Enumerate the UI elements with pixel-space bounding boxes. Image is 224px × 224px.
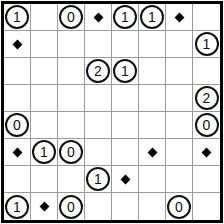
cell-r3c3[interactable]	[85, 85, 112, 112]
diamond-mark	[120, 174, 130, 184]
clue-circle: 0	[5, 113, 29, 137]
cell-r3c2[interactable]	[58, 85, 85, 112]
cell-r4c1[interactable]	[31, 112, 58, 139]
diamond-mark	[174, 12, 184, 22]
cell-r4c5[interactable]	[139, 112, 166, 139]
cell-r5c6[interactable]	[166, 139, 193, 166]
cell-r2c5[interactable]	[139, 58, 166, 85]
cell-r0c5[interactable]: 1	[139, 4, 166, 31]
clue-circle: 0	[59, 140, 83, 164]
cell-r6c7[interactable]	[193, 166, 220, 193]
cell-r1c6[interactable]	[166, 31, 193, 58]
puzzle-board: 1011121200101100	[1, 1, 223, 223]
cell-r6c5[interactable]	[139, 166, 166, 193]
diamond-mark	[202, 147, 212, 157]
clue-circle: 0	[59, 5, 83, 29]
cell-r1c2[interactable]	[58, 31, 85, 58]
cell-r6c3[interactable]: 1	[85, 166, 112, 193]
cell-r3c6[interactable]	[166, 85, 193, 112]
puzzle-canvas: 1011121200101100	[0, 0, 224, 224]
cell-r7c7[interactable]	[193, 193, 220, 220]
cell-r1c3[interactable]	[85, 31, 112, 58]
cell-r4c7[interactable]: 0	[193, 112, 220, 139]
cell-r5c0[interactable]	[4, 139, 31, 166]
cell-r2c1[interactable]	[31, 58, 58, 85]
cell-r4c4[interactable]	[112, 112, 139, 139]
cell-r3c0[interactable]	[4, 85, 31, 112]
cell-r0c3[interactable]	[85, 4, 112, 31]
cell-r7c0[interactable]: 1	[4, 193, 31, 220]
cell-r1c7[interactable]: 1	[193, 31, 220, 58]
clue-circle: 0	[195, 113, 219, 137]
cell-r6c0[interactable]	[4, 166, 31, 193]
diamond-mark	[93, 12, 103, 22]
cell-r2c4[interactable]: 1	[112, 58, 139, 85]
cell-r5c4[interactable]	[112, 139, 139, 166]
cell-r7c1[interactable]	[31, 193, 58, 220]
cell-r4c3[interactable]	[85, 112, 112, 139]
cell-r7c2[interactable]: 0	[58, 193, 85, 220]
cell-r5c1[interactable]: 1	[31, 139, 58, 166]
cell-r0c7[interactable]	[193, 4, 220, 31]
diamond-mark	[147, 147, 157, 157]
cell-r0c2[interactable]: 0	[58, 4, 85, 31]
clue-circle: 1	[113, 59, 137, 83]
cell-r3c4[interactable]	[112, 85, 139, 112]
clue-circle: 0	[167, 195, 191, 219]
clue-circle: 1	[5, 195, 29, 219]
clue-circle: 1	[5, 5, 29, 29]
diamond-mark	[39, 202, 49, 212]
cell-r5c3[interactable]	[85, 139, 112, 166]
cell-r6c2[interactable]	[58, 166, 85, 193]
cell-r3c5[interactable]	[139, 85, 166, 112]
cell-r5c2[interactable]: 0	[58, 139, 85, 166]
cell-r0c0[interactable]: 1	[4, 4, 31, 31]
clue-circle: 1	[32, 140, 56, 164]
cell-r7c6[interactable]: 0	[166, 193, 193, 220]
cell-r4c0[interactable]: 0	[4, 112, 31, 139]
cell-r1c0[interactable]	[4, 31, 31, 58]
cell-r6c1[interactable]	[31, 166, 58, 193]
cell-r5c5[interactable]	[139, 139, 166, 166]
cell-r7c5[interactable]	[139, 193, 166, 220]
cell-r7c3[interactable]	[85, 193, 112, 220]
cell-r1c5[interactable]	[139, 31, 166, 58]
clue-circle: 1	[195, 32, 219, 56]
clue-circle: 1	[86, 167, 110, 191]
cell-r3c7[interactable]: 2	[193, 85, 220, 112]
cell-r2c3[interactable]: 2	[85, 58, 112, 85]
diamond-mark	[12, 147, 22, 157]
clue-circle: 0	[59, 195, 83, 219]
cell-r1c4[interactable]	[112, 31, 139, 58]
cell-r3c1[interactable]	[31, 85, 58, 112]
cell-r6c6[interactable]	[166, 166, 193, 193]
cell-r2c6[interactable]	[166, 58, 193, 85]
diamond-mark	[12, 39, 22, 49]
cell-r2c7[interactable]	[193, 58, 220, 85]
cell-r2c0[interactable]	[4, 58, 31, 85]
clue-circle: 2	[195, 86, 219, 110]
cell-r2c2[interactable]	[58, 58, 85, 85]
clue-circle: 2	[86, 59, 110, 83]
cell-r7c4[interactable]	[112, 193, 139, 220]
cell-r4c6[interactable]	[166, 112, 193, 139]
cell-r0c1[interactable]	[31, 4, 58, 31]
clue-circle: 1	[113, 5, 137, 29]
clue-circle: 1	[140, 5, 164, 29]
cell-r0c4[interactable]: 1	[112, 4, 139, 31]
cell-r6c4[interactable]	[112, 166, 139, 193]
cell-r5c7[interactable]	[193, 139, 220, 166]
cell-r4c2[interactable]	[58, 112, 85, 139]
cell-r1c1[interactable]	[31, 31, 58, 58]
cell-r0c6[interactable]	[166, 4, 193, 31]
